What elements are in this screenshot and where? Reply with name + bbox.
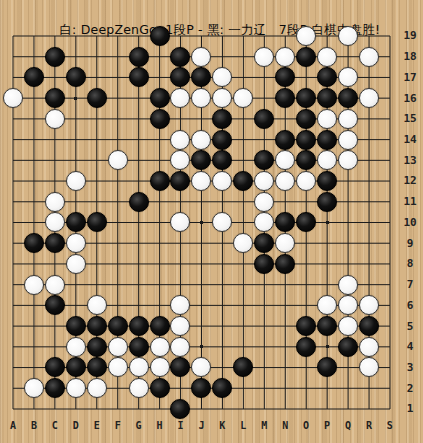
black-stone-H2 (150, 378, 170, 398)
black-stone-I18 (170, 47, 190, 67)
white-stone-D9 (66, 233, 86, 253)
star-point-J10 (200, 221, 203, 224)
white-stone-A16 (3, 88, 23, 108)
black-stone-O4 (296, 337, 316, 357)
white-stone-I5 (170, 316, 190, 336)
white-stone-C11 (45, 192, 65, 212)
black-stone-Q16 (338, 88, 358, 108)
black-stone-P3 (317, 357, 337, 377)
column-label-R: R (358, 419, 379, 433)
black-stone-E10 (87, 212, 107, 232)
white-stone-N18 (275, 47, 295, 67)
black-stone-N10 (275, 212, 295, 232)
black-stone-Q4 (338, 337, 358, 357)
star-point-P10 (326, 221, 329, 224)
white-stone-O12 (296, 171, 316, 191)
black-stone-P16 (317, 88, 337, 108)
column-label-F: F (107, 419, 128, 433)
black-stone-D10 (66, 212, 86, 232)
black-stone-E4 (87, 337, 107, 357)
column-label-I: I (170, 419, 191, 433)
column-label-K: K (212, 419, 233, 433)
black-stone-E5 (87, 316, 107, 336)
black-stone-L12 (233, 171, 253, 191)
white-stone-K16 (212, 88, 232, 108)
white-stone-R4 (359, 337, 379, 357)
white-stone-R18 (359, 47, 379, 67)
black-stone-J13 (191, 150, 211, 170)
white-stone-N9 (275, 233, 295, 253)
white-stone-L16 (233, 88, 253, 108)
white-stone-P13 (317, 150, 337, 170)
black-stone-P12 (317, 171, 337, 191)
white-stone-R6 (359, 295, 379, 315)
column-label-P: P (317, 419, 338, 433)
black-stone-O5 (296, 316, 316, 336)
column-label-H: H (149, 419, 170, 433)
white-stone-J12 (191, 171, 211, 191)
star-point-P4 (326, 345, 329, 348)
row-label-8: 8 (399, 257, 421, 270)
white-stone-Q5 (338, 316, 358, 336)
black-stone-H16 (150, 88, 170, 108)
white-stone-B2 (24, 378, 44, 398)
row-label-12: 12 (399, 174, 421, 187)
white-stone-Q7 (338, 275, 358, 295)
black-stone-D17 (66, 67, 86, 87)
row-label-19: 19 (399, 29, 421, 42)
row-label-15: 15 (399, 112, 421, 125)
white-stone-D2 (66, 378, 86, 398)
white-stone-M12 (254, 171, 274, 191)
black-stone-K13 (212, 150, 232, 170)
white-stone-Q17 (338, 67, 358, 87)
black-stone-G18 (129, 47, 149, 67)
black-stone-O15 (296, 109, 316, 129)
column-label-M: M (254, 419, 275, 433)
white-stone-Q19 (338, 26, 358, 46)
white-stone-J3 (191, 357, 211, 377)
black-stone-O13 (296, 150, 316, 170)
black-stone-H12 (150, 171, 170, 191)
white-stone-K10 (212, 212, 232, 232)
column-label-J: J (191, 419, 212, 433)
white-stone-L9 (233, 233, 253, 253)
black-stone-O16 (296, 88, 316, 108)
white-stone-C10 (45, 212, 65, 232)
black-stone-I12 (170, 171, 190, 191)
white-stone-Q13 (338, 150, 358, 170)
white-stone-H4 (150, 337, 170, 357)
column-label-B: B (23, 419, 44, 433)
black-stone-K15 (212, 109, 232, 129)
black-stone-H19 (150, 26, 170, 46)
row-label-14: 14 (399, 133, 421, 146)
black-stone-P5 (317, 316, 337, 336)
white-stone-D8 (66, 254, 86, 274)
white-stone-I14 (170, 130, 190, 150)
board-grid[interactable] (3, 26, 401, 420)
row-label-18: 18 (399, 50, 421, 63)
white-stone-K12 (212, 171, 232, 191)
black-stone-F5 (108, 316, 128, 336)
black-stone-P17 (317, 67, 337, 87)
black-stone-J2 (191, 378, 211, 398)
white-stone-N12 (275, 171, 295, 191)
white-stone-B7 (24, 275, 44, 295)
row-label-16: 16 (399, 92, 421, 105)
white-stone-N13 (275, 150, 295, 170)
black-stone-C9 (45, 233, 65, 253)
white-stone-C7 (45, 275, 65, 295)
black-stone-O14 (296, 130, 316, 150)
black-stone-N17 (275, 67, 295, 87)
white-stone-E6 (87, 295, 107, 315)
column-label-Q: Q (338, 419, 359, 433)
black-stone-N8 (275, 254, 295, 274)
black-stone-I1 (170, 399, 190, 419)
column-label-A: A (3, 419, 24, 433)
white-stone-I10 (170, 212, 190, 232)
row-label-4: 4 (399, 340, 421, 353)
row-label-10: 10 (399, 216, 421, 229)
white-stone-E2 (87, 378, 107, 398)
column-label-G: G (128, 419, 149, 433)
white-stone-M18 (254, 47, 274, 67)
white-stone-J16 (191, 88, 211, 108)
black-stone-K2 (212, 378, 232, 398)
black-stone-C3 (45, 357, 65, 377)
white-stone-G2 (129, 378, 149, 398)
black-stone-R5 (359, 316, 379, 336)
row-labels: 19181716151413121110987654321 (399, 26, 421, 420)
row-label-1: 1 (399, 402, 421, 415)
black-stone-C2 (45, 378, 65, 398)
white-stone-H3 (150, 357, 170, 377)
white-stone-R16 (359, 88, 379, 108)
row-label-11: 11 (399, 195, 421, 208)
black-stone-B17 (24, 67, 44, 87)
star-point-D16 (74, 97, 77, 100)
white-stone-J14 (191, 130, 211, 150)
black-stone-C6 (45, 295, 65, 315)
white-stone-F13 (108, 150, 128, 170)
white-stone-M11 (254, 192, 274, 212)
white-stone-P15 (317, 109, 337, 129)
column-labels: ABCDEFGHIJKLMNOPQRS (3, 419, 401, 433)
black-stone-N14 (275, 130, 295, 150)
black-stone-O18 (296, 47, 316, 67)
white-stone-O19 (296, 26, 316, 46)
white-stone-R3 (359, 357, 379, 377)
black-stone-B9 (24, 233, 44, 253)
black-stone-C18 (45, 47, 65, 67)
column-label-L: L (233, 419, 254, 433)
column-label-E: E (86, 419, 107, 433)
row-label-3: 3 (399, 361, 421, 374)
column-label-D: D (65, 419, 86, 433)
black-stone-G5 (129, 316, 149, 336)
white-stone-I4 (170, 337, 190, 357)
black-stone-K14 (212, 130, 232, 150)
black-stone-M13 (254, 150, 274, 170)
column-label-N: N (275, 419, 296, 433)
white-stone-Q15 (338, 109, 358, 129)
black-stone-E16 (87, 88, 107, 108)
white-stone-K17 (212, 67, 232, 87)
white-stone-F3 (108, 357, 128, 377)
black-stone-L3 (233, 357, 253, 377)
white-stone-M10 (254, 212, 274, 232)
white-stone-G3 (129, 357, 149, 377)
black-stone-M9 (254, 233, 274, 253)
white-stone-I16 (170, 88, 190, 108)
black-stone-N16 (275, 88, 295, 108)
black-stone-P14 (317, 130, 337, 150)
white-stone-P6 (317, 295, 337, 315)
column-label-S: S (379, 419, 400, 433)
black-stone-C16 (45, 88, 65, 108)
black-stone-D5 (66, 316, 86, 336)
black-stone-E3 (87, 357, 107, 377)
row-label-17: 17 (399, 71, 421, 84)
black-stone-H5 (150, 316, 170, 336)
black-stone-P11 (317, 192, 337, 212)
row-label-6: 6 (399, 299, 421, 312)
black-stone-O10 (296, 212, 316, 232)
white-stone-D12 (66, 171, 86, 191)
black-stone-J17 (191, 67, 211, 87)
white-stone-I6 (170, 295, 190, 315)
row-label-13: 13 (399, 154, 421, 167)
white-stone-J18 (191, 47, 211, 67)
black-stone-M15 (254, 109, 274, 129)
row-label-9: 9 (399, 237, 421, 250)
row-label-5: 5 (399, 320, 421, 333)
black-stone-G4 (129, 337, 149, 357)
white-stone-I13 (170, 150, 190, 170)
row-label-2: 2 (399, 382, 421, 395)
black-stone-D3 (66, 357, 86, 377)
white-stone-P18 (317, 47, 337, 67)
black-stone-G17 (129, 67, 149, 87)
white-stone-Q14 (338, 130, 358, 150)
black-stone-I3 (170, 357, 190, 377)
row-label-7: 7 (399, 278, 421, 291)
column-label-C: C (44, 419, 65, 433)
go-board-app: 白: DeepZenGo 1段P - 黑: 一力辽 7段P 白棋中盘胜! ABC… (0, 0, 423, 443)
black-stone-H15 (150, 109, 170, 129)
white-stone-F4 (108, 337, 128, 357)
column-label-O: O (296, 419, 317, 433)
white-stone-Q6 (338, 295, 358, 315)
white-stone-D4 (66, 337, 86, 357)
black-stone-G11 (129, 192, 149, 212)
black-stone-M8 (254, 254, 274, 274)
star-point-J4 (200, 345, 203, 348)
black-stone-I17 (170, 67, 190, 87)
white-stone-C15 (45, 109, 65, 129)
